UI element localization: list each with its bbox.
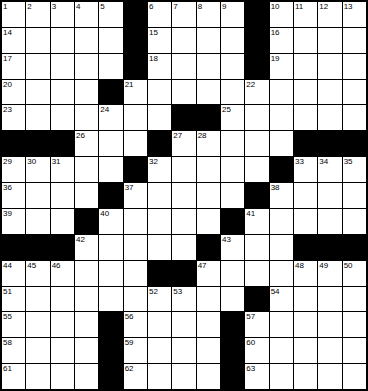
black-cell-r15c5 bbox=[99, 364, 122, 389]
clue-number: 14 bbox=[3, 28, 12, 38]
crossword-cell-r8c1[interactable]: 36 bbox=[2, 183, 25, 208]
black-cell-r6c14 bbox=[318, 131, 341, 156]
crossword-cell-r13c12[interactable] bbox=[270, 312, 293, 337]
crossword-cell-r11c14[interactable]: 49 bbox=[318, 261, 341, 286]
black-cell-r4c5 bbox=[99, 80, 122, 105]
clue-number: 51 bbox=[3, 287, 12, 297]
clue-number: 5 bbox=[100, 2, 104, 12]
crossword-cell-r4c15[interactable] bbox=[343, 80, 366, 105]
crossword-cell-r11c1[interactable]: 44 bbox=[2, 261, 25, 286]
clue-number: 58 bbox=[3, 338, 12, 348]
crossword-cell-r15c2[interactable] bbox=[26, 364, 49, 389]
clue-number: 27 bbox=[173, 131, 182, 141]
crossword-cell-r9c1[interactable]: 39 bbox=[2, 209, 25, 234]
crossword-cell-r14c1[interactable]: 58 bbox=[2, 338, 25, 363]
crossword-cell-r4c6[interactable]: 21 bbox=[124, 80, 147, 105]
clue-number: 1 bbox=[3, 2, 7, 12]
crossword-cell-r12c13[interactable] bbox=[294, 287, 317, 312]
crossword-cell-r11c4[interactable] bbox=[75, 261, 98, 286]
crossword-cell-r1c3[interactable]: 3 bbox=[51, 2, 74, 27]
crossword-cell-r3c5[interactable] bbox=[99, 54, 122, 79]
black-cell-r13c5 bbox=[99, 312, 122, 337]
crossword-cell-r15c1[interactable]: 61 bbox=[2, 364, 25, 389]
crossword-cell-r14c9[interactable] bbox=[197, 338, 220, 363]
crossword-cell-r2c2[interactable] bbox=[26, 28, 49, 53]
black-cell-r7c12 bbox=[270, 157, 293, 182]
crossword-cell-r4c10[interactable] bbox=[221, 80, 244, 105]
crossword-cell-r6c12[interactable] bbox=[270, 131, 293, 156]
clue-number: 3 bbox=[52, 2, 56, 12]
black-cell-r7c6 bbox=[124, 157, 147, 182]
crossword-cell-r3c14[interactable] bbox=[318, 54, 341, 79]
black-cell-r10c2 bbox=[26, 235, 49, 260]
clue-number: 7 bbox=[173, 2, 177, 12]
crossword-cell-r13c3[interactable] bbox=[51, 312, 74, 337]
crossword-cell-r9c7[interactable] bbox=[148, 209, 171, 234]
crossword-cell-r13c2[interactable] bbox=[26, 312, 49, 337]
crossword-grid: 1234567891011121314151617181920212223242… bbox=[0, 0, 368, 391]
crossword-cell-r13c15[interactable] bbox=[343, 312, 366, 337]
crossword-cell-r7c13[interactable]: 33 bbox=[294, 157, 317, 182]
crossword-cell-r8c4[interactable] bbox=[75, 183, 98, 208]
crossword-cell-r6c11[interactable] bbox=[245, 131, 268, 156]
crossword-cell-r12c1[interactable]: 51 bbox=[2, 287, 25, 312]
crossword-cell-r2c8[interactable] bbox=[172, 28, 195, 53]
crossword-cell-r4c12[interactable] bbox=[270, 80, 293, 105]
crossword-cell-r3c1[interactable]: 17 bbox=[2, 54, 25, 79]
black-cell-r15c10 bbox=[221, 364, 244, 389]
crossword-cell-r2c7[interactable]: 15 bbox=[148, 28, 171, 53]
clue-number: 13 bbox=[344, 2, 353, 12]
crossword-cell-r11c5[interactable] bbox=[99, 261, 122, 286]
crossword-cell-r5c15[interactable] bbox=[343, 105, 366, 130]
crossword-cell-r11c6[interactable] bbox=[124, 261, 147, 286]
clue-number: 17 bbox=[3, 54, 12, 64]
crossword-cell-r2c9[interactable] bbox=[197, 28, 220, 53]
crossword-cell-r7c10[interactable] bbox=[221, 157, 244, 182]
clue-number: 18 bbox=[149, 54, 158, 64]
black-cell-r9c4 bbox=[75, 209, 98, 234]
crossword-cell-r2c15[interactable] bbox=[343, 28, 366, 53]
crossword-cell-r13c4[interactable] bbox=[75, 312, 98, 337]
clue-number: 57 bbox=[246, 312, 255, 322]
crossword-cell-r1c13[interactable]: 11 bbox=[294, 2, 317, 27]
crossword-cell-r12c2[interactable] bbox=[26, 287, 49, 312]
black-cell-r8c5 bbox=[99, 183, 122, 208]
crossword-cell-r9c9[interactable] bbox=[197, 209, 220, 234]
crossword-cell-r11c13[interactable]: 48 bbox=[294, 261, 317, 286]
crossword-cell-r11c3[interactable]: 46 bbox=[51, 261, 74, 286]
black-cell-r1c6 bbox=[124, 2, 147, 27]
clue-number: 20 bbox=[3, 80, 12, 90]
crossword-cell-r5c14[interactable] bbox=[318, 105, 341, 130]
crossword-cell-r8c9[interactable] bbox=[197, 183, 220, 208]
crossword-cell-r2c3[interactable] bbox=[51, 28, 74, 53]
clue-number: 48 bbox=[295, 261, 304, 271]
crossword-cell-r7c14[interactable]: 34 bbox=[318, 157, 341, 182]
black-cell-r5c9 bbox=[197, 105, 220, 130]
clue-number: 29 bbox=[3, 157, 12, 167]
clue-number: 23 bbox=[3, 105, 12, 115]
crossword-cell-r13c9[interactable] bbox=[197, 312, 220, 337]
crossword-cell-r11c10[interactable] bbox=[221, 261, 244, 286]
black-cell-r11c8 bbox=[172, 261, 195, 286]
clue-number: 40 bbox=[100, 209, 109, 219]
crossword-cell-r8c3[interactable] bbox=[51, 183, 74, 208]
crossword-cell-r9c12[interactable] bbox=[270, 209, 293, 234]
crossword-cell-r2c5[interactable] bbox=[99, 28, 122, 53]
crossword-cell-r7c7[interactable]: 32 bbox=[148, 157, 171, 182]
black-cell-r10c1 bbox=[2, 235, 25, 260]
clue-number: 52 bbox=[149, 287, 158, 297]
clue-number: 32 bbox=[149, 157, 158, 167]
crossword-cell-r8c2[interactable] bbox=[26, 183, 49, 208]
clue-number: 50 bbox=[344, 261, 353, 271]
crossword-cell-r6c9[interactable]: 28 bbox=[197, 131, 220, 156]
crossword-cell-r5c3[interactable] bbox=[51, 105, 74, 130]
crossword-cell-r1c15[interactable]: 13 bbox=[343, 2, 366, 27]
clue-number: 38 bbox=[271, 183, 280, 193]
crossword-cell-r12c10[interactable] bbox=[221, 287, 244, 312]
crossword-cell-r3c13[interactable] bbox=[294, 54, 317, 79]
crossword-cell-r12c3[interactable] bbox=[51, 287, 74, 312]
crossword-cell-r10c11[interactable] bbox=[245, 235, 268, 260]
crossword-cell-r8c15[interactable] bbox=[343, 183, 366, 208]
crossword-cell-r4c14[interactable] bbox=[318, 80, 341, 105]
crossword-cell-r9c13[interactable] bbox=[294, 209, 317, 234]
crossword-cell-r15c12[interactable] bbox=[270, 364, 293, 389]
crossword-cell-r8c7[interactable] bbox=[148, 183, 171, 208]
clue-number: 46 bbox=[52, 261, 61, 271]
crossword-cell-r5c1[interactable]: 23 bbox=[2, 105, 25, 130]
crossword-board: 1234567891011121314151617181920212223242… bbox=[0, 0, 368, 391]
crossword-cell-r12c14[interactable] bbox=[318, 287, 341, 312]
crossword-cell-r3c12[interactable]: 19 bbox=[270, 54, 293, 79]
crossword-cell-r4c7[interactable] bbox=[148, 80, 171, 105]
clue-number: 61 bbox=[3, 364, 12, 374]
crossword-cell-r4c9[interactable] bbox=[197, 80, 220, 105]
crossword-cell-r14c2[interactable] bbox=[26, 338, 49, 363]
crossword-cell-r14c14[interactable] bbox=[318, 338, 341, 363]
crossword-cell-r14c13[interactable] bbox=[294, 338, 317, 363]
black-cell-r1c11 bbox=[245, 2, 268, 27]
crossword-cell-r1c2[interactable]: 2 bbox=[26, 2, 49, 27]
crossword-cell-r2c12[interactable]: 16 bbox=[270, 28, 293, 53]
crossword-cell-r10c8[interactable] bbox=[172, 235, 195, 260]
crossword-cell-r2c14[interactable] bbox=[318, 28, 341, 53]
black-cell-r10c9 bbox=[197, 235, 220, 260]
crossword-cell-r5c10[interactable]: 25 bbox=[221, 105, 244, 130]
crossword-cell-r10c12[interactable] bbox=[270, 235, 293, 260]
crossword-cell-r1c5[interactable]: 5 bbox=[99, 2, 122, 27]
black-cell-r10c3 bbox=[51, 235, 74, 260]
clue-number: 36 bbox=[3, 183, 12, 193]
clue-number: 37 bbox=[125, 183, 134, 193]
clue-number: 44 bbox=[3, 261, 12, 271]
crossword-cell-r5c6[interactable] bbox=[124, 105, 147, 130]
crossword-cell-r15c13[interactable] bbox=[294, 364, 317, 389]
crossword-cell-r10c5[interactable] bbox=[99, 235, 122, 260]
crossword-cell-r13c6[interactable]: 56 bbox=[124, 312, 147, 337]
crossword-cell-r12c7[interactable]: 52 bbox=[148, 287, 171, 312]
crossword-cell-r5c11[interactable] bbox=[245, 105, 268, 130]
crossword-cell-r1c12[interactable]: 10 bbox=[270, 2, 293, 27]
crossword-cell-r14c7[interactable] bbox=[148, 338, 171, 363]
crossword-cell-r15c3[interactable] bbox=[51, 364, 74, 389]
clue-number: 16 bbox=[271, 28, 280, 38]
clue-number: 8 bbox=[198, 2, 202, 12]
black-cell-r2c11 bbox=[245, 28, 268, 53]
crossword-cell-r13c11[interactable]: 57 bbox=[245, 312, 268, 337]
black-cell-r13c10 bbox=[221, 312, 244, 337]
crossword-cell-r7c3[interactable]: 31 bbox=[51, 157, 74, 182]
crossword-cell-r7c8[interactable] bbox=[172, 157, 195, 182]
black-cell-r3c6 bbox=[124, 54, 147, 79]
clue-number: 49 bbox=[319, 261, 328, 271]
crossword-cell-r3c10[interactable] bbox=[221, 54, 244, 79]
crossword-cell-r3c4[interactable] bbox=[75, 54, 98, 79]
crossword-cell-r5c5[interactable]: 24 bbox=[99, 105, 122, 130]
black-cell-r6c15 bbox=[343, 131, 366, 156]
crossword-cell-r2c4[interactable] bbox=[75, 28, 98, 53]
clue-number: 55 bbox=[3, 312, 12, 322]
crossword-cell-r6c8[interactable]: 27 bbox=[172, 131, 195, 156]
black-cell-r3c11 bbox=[245, 54, 268, 79]
clue-number: 47 bbox=[198, 261, 207, 271]
clue-number: 34 bbox=[319, 157, 328, 167]
crossword-cell-r5c13[interactable] bbox=[294, 105, 317, 130]
crossword-cell-r2c13[interactable] bbox=[294, 28, 317, 53]
black-cell-r6c2 bbox=[26, 131, 49, 156]
crossword-cell-r15c15[interactable] bbox=[343, 364, 366, 389]
crossword-cell-r6c5[interactable] bbox=[99, 131, 122, 156]
clue-number: 45 bbox=[27, 261, 36, 271]
crossword-cell-r1c8[interactable]: 7 bbox=[172, 2, 195, 27]
crossword-cell-r4c4[interactable] bbox=[75, 80, 98, 105]
clue-number: 10 bbox=[271, 2, 280, 12]
crossword-cell-r5c2[interactable] bbox=[26, 105, 49, 130]
black-cell-r6c3 bbox=[51, 131, 74, 156]
clue-number: 22 bbox=[246, 80, 255, 90]
crossword-cell-r8c14[interactable] bbox=[318, 183, 341, 208]
crossword-cell-r13c14[interactable] bbox=[318, 312, 341, 337]
crossword-cell-r9c2[interactable] bbox=[26, 209, 49, 234]
clue-number: 28 bbox=[198, 131, 207, 141]
crossword-cell-r11c9[interactable]: 47 bbox=[197, 261, 220, 286]
crossword-cell-r14c4[interactable] bbox=[75, 338, 98, 363]
clue-number: 9 bbox=[222, 2, 226, 12]
crossword-cell-r13c13[interactable] bbox=[294, 312, 317, 337]
crossword-cell-r5c7[interactable] bbox=[148, 105, 171, 130]
black-cell-r6c1 bbox=[2, 131, 25, 156]
crossword-cell-r4c8[interactable] bbox=[172, 80, 195, 105]
clue-number: 12 bbox=[319, 2, 328, 12]
crossword-cell-r7c9[interactable] bbox=[197, 157, 220, 182]
crossword-cell-r15c11[interactable]: 63 bbox=[245, 364, 268, 389]
crossword-cell-r4c13[interactable] bbox=[294, 80, 317, 105]
crossword-cell-r10c10[interactable]: 43 bbox=[221, 235, 244, 260]
crossword-cell-r12c4[interactable] bbox=[75, 287, 98, 312]
crossword-cell-r11c12[interactable] bbox=[270, 261, 293, 286]
crossword-cell-r7c1[interactable]: 29 bbox=[2, 157, 25, 182]
crossword-cell-r7c11[interactable] bbox=[245, 157, 268, 182]
crossword-cell-r8c10[interactable] bbox=[221, 183, 244, 208]
crossword-cell-r9c3[interactable] bbox=[51, 209, 74, 234]
black-cell-r11c7 bbox=[148, 261, 171, 286]
clue-number: 24 bbox=[100, 105, 109, 115]
crossword-cell-r8c8[interactable] bbox=[172, 183, 195, 208]
crossword-cell-r15c6[interactable]: 62 bbox=[124, 364, 147, 389]
black-cell-r6c7 bbox=[148, 131, 171, 156]
crossword-cell-r7c2[interactable]: 30 bbox=[26, 157, 49, 182]
crossword-cell-r15c8[interactable] bbox=[172, 364, 195, 389]
crossword-cell-r3c3[interactable] bbox=[51, 54, 74, 79]
clue-number: 11 bbox=[295, 2, 303, 12]
clue-number: 21 bbox=[125, 80, 134, 90]
crossword-cell-r7c5[interactable] bbox=[99, 157, 122, 182]
crossword-cell-r13c1[interactable]: 55 bbox=[2, 312, 25, 337]
clue-number: 26 bbox=[76, 131, 85, 141]
crossword-cell-r14c11[interactable]: 60 bbox=[245, 338, 268, 363]
crossword-cell-r4c2[interactable] bbox=[26, 80, 49, 105]
black-cell-r6c13 bbox=[294, 131, 317, 156]
crossword-cell-r14c8[interactable] bbox=[172, 338, 195, 363]
clue-number: 25 bbox=[222, 105, 231, 115]
crossword-cell-r1c4[interactable]: 4 bbox=[75, 2, 98, 27]
crossword-cell-r14c6[interactable]: 59 bbox=[124, 338, 147, 363]
crossword-cell-r7c15[interactable]: 35 bbox=[343, 157, 366, 182]
crossword-cell-r15c7[interactable] bbox=[148, 364, 171, 389]
crossword-cell-r9c5[interactable]: 40 bbox=[99, 209, 122, 234]
black-cell-r2c6 bbox=[124, 28, 147, 53]
crossword-cell-r11c11[interactable] bbox=[245, 261, 268, 286]
crossword-cell-r1c7[interactable]: 6 bbox=[148, 2, 171, 27]
clue-number: 43 bbox=[222, 235, 231, 245]
crossword-cell-r2c1[interactable]: 14 bbox=[2, 28, 25, 53]
crossword-cell-r11c2[interactable]: 45 bbox=[26, 261, 49, 286]
crossword-cell-r3c15[interactable] bbox=[343, 54, 366, 79]
black-cell-r14c5 bbox=[99, 338, 122, 363]
black-cell-r8c11 bbox=[245, 183, 268, 208]
crossword-cell-r1c1[interactable]: 1 bbox=[2, 2, 25, 27]
crossword-cell-r10c4[interactable]: 42 bbox=[75, 235, 98, 260]
crossword-cell-r9c14[interactable] bbox=[318, 209, 341, 234]
crossword-cell-r6c6[interactable] bbox=[124, 131, 147, 156]
crossword-cell-r7c4[interactable] bbox=[75, 157, 98, 182]
clue-number: 6 bbox=[149, 2, 153, 12]
black-cell-r10c15 bbox=[343, 235, 366, 260]
crossword-cell-r12c12[interactable]: 54 bbox=[270, 287, 293, 312]
crossword-cell-r13c7[interactable] bbox=[148, 312, 171, 337]
crossword-cell-r8c13[interactable] bbox=[294, 183, 317, 208]
clue-number: 62 bbox=[125, 364, 134, 374]
clue-number: 30 bbox=[27, 157, 36, 167]
clue-number: 54 bbox=[271, 287, 280, 297]
crossword-cell-r4c1[interactable]: 20 bbox=[2, 80, 25, 105]
crossword-cell-r3c9[interactable] bbox=[197, 54, 220, 79]
crossword-cell-r4c3[interactable] bbox=[51, 80, 74, 105]
crossword-cell-r12c9[interactable] bbox=[197, 287, 220, 312]
clue-number: 33 bbox=[295, 157, 304, 167]
crossword-cell-r1c14[interactable]: 12 bbox=[318, 2, 341, 27]
black-cell-r12c11 bbox=[245, 287, 268, 312]
clue-number: 2 bbox=[27, 2, 31, 12]
crossword-cell-r14c3[interactable] bbox=[51, 338, 74, 363]
black-cell-r10c13 bbox=[294, 235, 317, 260]
crossword-cell-r15c14[interactable] bbox=[318, 364, 341, 389]
crossword-cell-r1c10[interactable]: 9 bbox=[221, 2, 244, 27]
crossword-cell-r3c8[interactable] bbox=[172, 54, 195, 79]
crossword-cell-r10c6[interactable] bbox=[124, 235, 147, 260]
crossword-cell-r6c10[interactable] bbox=[221, 131, 244, 156]
crossword-cell-r6c4[interactable]: 26 bbox=[75, 131, 98, 156]
crossword-cell-r4c11[interactable]: 22 bbox=[245, 80, 268, 105]
crossword-cell-r13c8[interactable] bbox=[172, 312, 195, 337]
crossword-cell-r12c6[interactable] bbox=[124, 287, 147, 312]
clue-number: 19 bbox=[271, 54, 280, 64]
crossword-cell-r9c8[interactable] bbox=[172, 209, 195, 234]
crossword-cell-r15c9[interactable] bbox=[197, 364, 220, 389]
crossword-cell-r9c11[interactable]: 41 bbox=[245, 209, 268, 234]
crossword-cell-r14c12[interactable] bbox=[270, 338, 293, 363]
clue-number: 4 bbox=[76, 2, 80, 12]
crossword-cell-r8c6[interactable]: 37 bbox=[124, 183, 147, 208]
clue-number: 41 bbox=[246, 209, 255, 219]
crossword-cell-r8c12[interactable]: 38 bbox=[270, 183, 293, 208]
clue-number: 63 bbox=[246, 364, 255, 374]
crossword-cell-r1c9[interactable]: 8 bbox=[197, 2, 220, 27]
clue-number: 31 bbox=[52, 157, 61, 167]
crossword-cell-r3c7[interactable]: 18 bbox=[148, 54, 171, 79]
clue-number: 59 bbox=[125, 338, 134, 348]
crossword-cell-r5c4[interactable] bbox=[75, 105, 98, 130]
black-cell-r9c10 bbox=[221, 209, 244, 234]
black-cell-r14c10 bbox=[221, 338, 244, 363]
crossword-cell-r5c12[interactable] bbox=[270, 105, 293, 130]
crossword-cell-r15c4[interactable] bbox=[75, 364, 98, 389]
crossword-cell-r2c10[interactable] bbox=[221, 28, 244, 53]
crossword-cell-r12c5[interactable] bbox=[99, 287, 122, 312]
black-cell-r5c8 bbox=[172, 105, 195, 130]
clue-number: 39 bbox=[3, 209, 12, 219]
clue-number: 60 bbox=[246, 338, 255, 348]
crossword-cell-r12c15[interactable] bbox=[343, 287, 366, 312]
clue-number: 56 bbox=[125, 312, 134, 322]
crossword-cell-r9c15[interactable] bbox=[343, 209, 366, 234]
clue-number: 15 bbox=[149, 28, 158, 38]
black-cell-r10c14 bbox=[318, 235, 341, 260]
clue-number: 35 bbox=[344, 157, 353, 167]
crossword-cell-r9c6[interactable] bbox=[124, 209, 147, 234]
crossword-cell-r3c2[interactable] bbox=[26, 54, 49, 79]
crossword-cell-r12c8[interactable]: 53 bbox=[172, 287, 195, 312]
clue-number: 53 bbox=[173, 287, 182, 297]
clue-number: 42 bbox=[76, 235, 85, 245]
crossword-cell-r14c15[interactable] bbox=[343, 338, 366, 363]
crossword-cell-r11c15[interactable]: 50 bbox=[343, 261, 366, 286]
crossword-cell-r10c7[interactable] bbox=[148, 235, 171, 260]
